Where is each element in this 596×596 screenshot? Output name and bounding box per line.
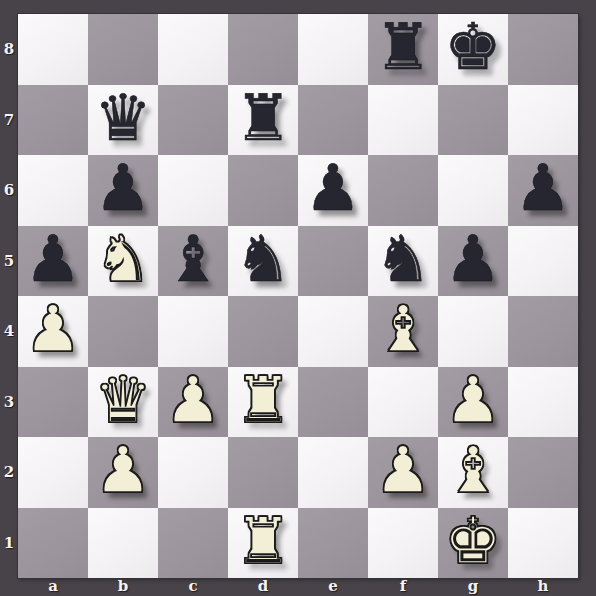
chessboard-frame: ♜♚♛♜♟♟♟♟♞♝♞♞♟♟♝♛♟♜♟♟♟♝♜♚ 87654321 abcdef… [0,0,596,596]
square-h3[interactable] [508,367,578,438]
square-g2[interactable]: ♝ [438,437,508,508]
piece-black-rook[interactable]: ♜ [234,83,291,153]
chess-board: ♜♚♛♜♟♟♟♟♞♝♞♞♟♟♝♛♟♜♟♟♟♝♜♚ [18,14,578,578]
rank-label-4: 4 [0,296,18,367]
square-e3[interactable] [298,367,368,438]
piece-black-knight[interactable]: ♞ [234,224,291,294]
piece-white-pawn[interactable]: ♟ [444,365,501,435]
square-e7[interactable] [298,85,368,156]
square-a8[interactable] [18,14,88,85]
square-e5[interactable] [298,226,368,297]
piece-white-queen[interactable]: ♛ [94,365,151,435]
square-d2[interactable] [228,437,298,508]
square-g1[interactable]: ♚ [438,508,508,579]
square-b3[interactable]: ♛ [88,367,158,438]
square-c8[interactable] [158,14,228,85]
square-f7[interactable] [368,85,438,156]
rank-label-1: 1 [0,508,18,579]
rank-label-2: 2 [0,437,18,508]
square-h8[interactable] [508,14,578,85]
square-h4[interactable] [508,296,578,367]
file-label-f: f [368,578,438,596]
square-e4[interactable] [298,296,368,367]
piece-white-bishop[interactable]: ♝ [444,435,501,505]
piece-black-bishop[interactable]: ♝ [164,224,221,294]
square-b5[interactable]: ♞ [88,226,158,297]
square-b2[interactable]: ♟ [88,437,158,508]
square-g8[interactable]: ♚ [438,14,508,85]
rank-label-8: 8 [0,14,18,85]
square-h1[interactable] [508,508,578,579]
file-label-e: e [298,578,368,596]
piece-white-rook[interactable]: ♜ [234,506,291,576]
piece-black-pawn[interactable]: ♟ [304,153,361,223]
square-c3[interactable]: ♟ [158,367,228,438]
square-f3[interactable] [368,367,438,438]
file-label-g: g [438,578,508,596]
file-label-d: d [228,578,298,596]
square-a4[interactable]: ♟ [18,296,88,367]
piece-white-king[interactable]: ♚ [444,506,501,576]
square-a3[interactable] [18,367,88,438]
square-a6[interactable] [18,155,88,226]
file-label-a: a [18,578,88,596]
square-f8[interactable]: ♜ [368,14,438,85]
piece-black-pawn[interactable]: ♟ [94,153,151,223]
square-b7[interactable]: ♛ [88,85,158,156]
square-f2[interactable]: ♟ [368,437,438,508]
square-f6[interactable] [368,155,438,226]
square-f5[interactable]: ♞ [368,226,438,297]
square-b4[interactable] [88,296,158,367]
square-a1[interactable] [18,508,88,579]
square-b1[interactable] [88,508,158,579]
square-d3[interactable]: ♜ [228,367,298,438]
square-c2[interactable] [158,437,228,508]
square-g3[interactable]: ♟ [438,367,508,438]
rank-label-7: 7 [0,85,18,156]
square-h5[interactable] [508,226,578,297]
square-e8[interactable] [298,14,368,85]
file-label-h: h [508,578,578,596]
square-d5[interactable]: ♞ [228,226,298,297]
piece-black-rook[interactable]: ♜ [374,12,431,82]
square-g6[interactable] [438,155,508,226]
square-g5[interactable]: ♟ [438,226,508,297]
square-c4[interactable] [158,296,228,367]
square-g7[interactable] [438,85,508,156]
square-b8[interactable] [88,14,158,85]
piece-white-pawn[interactable]: ♟ [164,365,221,435]
piece-black-king[interactable]: ♚ [444,12,501,82]
square-b6[interactable]: ♟ [88,155,158,226]
square-c5[interactable]: ♝ [158,226,228,297]
square-a7[interactable] [18,85,88,156]
square-d8[interactable] [228,14,298,85]
piece-black-pawn[interactable]: ♟ [24,224,81,294]
square-e6[interactable]: ♟ [298,155,368,226]
square-g4[interactable] [438,296,508,367]
piece-white-pawn[interactable]: ♟ [374,435,431,505]
file-label-c: c [158,578,228,596]
piece-black-queen[interactable]: ♛ [94,83,151,153]
square-f4[interactable]: ♝ [368,296,438,367]
square-e2[interactable] [298,437,368,508]
piece-black-pawn[interactable]: ♟ [444,224,501,294]
square-c1[interactable] [158,508,228,579]
square-d6[interactable] [228,155,298,226]
piece-white-rook[interactable]: ♜ [234,365,291,435]
file-label-b: b [88,578,158,596]
square-h2[interactable] [508,437,578,508]
rank-label-6: 6 [0,155,18,226]
piece-white-pawn[interactable]: ♟ [94,435,151,505]
square-d7[interactable]: ♜ [228,85,298,156]
square-a5[interactable]: ♟ [18,226,88,297]
square-d1[interactable]: ♜ [228,508,298,579]
piece-black-pawn[interactable]: ♟ [514,153,571,223]
square-d4[interactable] [228,296,298,367]
piece-black-knight[interactable]: ♞ [374,224,431,294]
square-c7[interactable] [158,85,228,156]
square-e1[interactable] [298,508,368,579]
rank-label-5: 5 [0,226,18,297]
square-h7[interactable] [508,85,578,156]
square-h6[interactable]: ♟ [508,155,578,226]
rank-label-3: 3 [0,367,18,438]
square-a2[interactable] [18,437,88,508]
piece-white-bishop[interactable]: ♝ [374,294,431,364]
square-c6[interactable] [158,155,228,226]
piece-white-knight[interactable]: ♞ [94,224,151,294]
square-f1[interactable] [368,508,438,579]
piece-white-pawn[interactable]: ♟ [24,294,81,364]
